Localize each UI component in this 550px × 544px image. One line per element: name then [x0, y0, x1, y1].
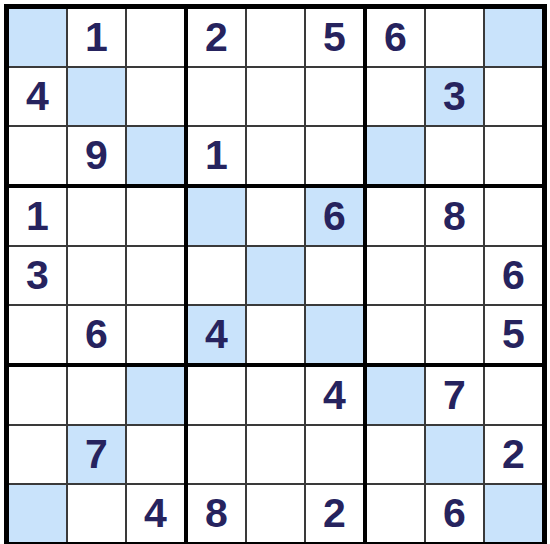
cell-r2c7[interactable] [367, 68, 424, 125]
cell-r1c6[interactable]: 5 [306, 9, 363, 66]
cell-r8c6[interactable] [306, 426, 363, 483]
cell-r6c6[interactable] [306, 306, 363, 363]
cell-r2c6[interactable] [306, 68, 363, 125]
cell-r4c2[interactable] [68, 188, 125, 245]
cell-r7c9[interactable] [485, 367, 542, 424]
cell-r4c7[interactable] [367, 188, 424, 245]
cell-r1c2[interactable]: 1 [68, 9, 125, 66]
cell-r3c9[interactable] [485, 127, 542, 184]
cell-r1c5[interactable] [247, 9, 304, 66]
cell-r4c1[interactable]: 1 [9, 188, 66, 245]
cell-r8c7[interactable] [367, 426, 424, 483]
cell-r9c7[interactable] [367, 485, 424, 542]
cell-r4c9[interactable] [485, 188, 542, 245]
cell-r3c5[interactable] [247, 127, 304, 184]
cell-r3c8[interactable] [426, 127, 483, 184]
cell-r4c5[interactable] [247, 188, 304, 245]
cell-r5c5[interactable] [247, 247, 304, 304]
cell-r1c7[interactable]: 6 [367, 9, 424, 66]
cell-r4c6[interactable]: 6 [306, 188, 363, 245]
cell-r8c4[interactable] [188, 426, 245, 483]
cell-r9c2[interactable] [68, 485, 125, 542]
cell-r9c5[interactable] [247, 485, 304, 542]
cell-r1c8[interactable] [426, 9, 483, 66]
cell-r2c8[interactable]: 3 [426, 68, 483, 125]
cell-r2c2[interactable] [68, 68, 125, 125]
cell-r5c6[interactable] [306, 247, 363, 304]
cell-r5c7[interactable] [367, 247, 424, 304]
cell-r3c3[interactable] [127, 127, 184, 184]
cell-r9c6[interactable]: 2 [306, 485, 363, 542]
cell-r8c1[interactable] [9, 426, 66, 483]
cell-r5c8[interactable] [426, 247, 483, 304]
cell-r8c5[interactable] [247, 426, 304, 483]
cell-r6c8[interactable] [426, 306, 483, 363]
cell-r4c4[interactable] [188, 188, 245, 245]
cell-r1c1[interactable] [9, 9, 66, 66]
cell-r7c4[interactable] [188, 367, 245, 424]
cell-r6c7[interactable] [367, 306, 424, 363]
box-r1c2: 251 [188, 9, 363, 184]
cell-r5c2[interactable] [68, 247, 125, 304]
cell-r3c6[interactable] [306, 127, 363, 184]
cell-r5c9[interactable]: 6 [485, 247, 542, 304]
cell-r9c3[interactable]: 4 [127, 485, 184, 542]
cell-r7c1[interactable] [9, 367, 66, 424]
box-r1c3: 63 [367, 9, 542, 184]
box-r3c1: 74 [9, 367, 184, 542]
cell-r2c1[interactable]: 4 [9, 68, 66, 125]
cell-r3c7[interactable] [367, 127, 424, 184]
cell-r5c4[interactable] [188, 247, 245, 304]
cell-r9c9[interactable] [485, 485, 542, 542]
cell-r9c1[interactable] [9, 485, 66, 542]
cell-r9c4[interactable]: 8 [188, 485, 245, 542]
box-r3c3: 726 [367, 367, 542, 542]
cell-r8c3[interactable] [127, 426, 184, 483]
cell-r1c9[interactable] [485, 9, 542, 66]
cell-r2c4[interactable] [188, 68, 245, 125]
cell-r6c2[interactable]: 6 [68, 306, 125, 363]
cell-r7c6[interactable]: 4 [306, 367, 363, 424]
cell-r3c1[interactable] [9, 127, 66, 184]
cell-r4c3[interactable] [127, 188, 184, 245]
cell-r7c3[interactable] [127, 367, 184, 424]
box-r1c1: 149 [9, 9, 184, 184]
cell-r5c3[interactable] [127, 247, 184, 304]
cell-r2c9[interactable] [485, 68, 542, 125]
box-r3c2: 482 [188, 367, 363, 542]
cell-r8c2[interactable]: 7 [68, 426, 125, 483]
cell-r1c3[interactable] [127, 9, 184, 66]
cell-r3c2[interactable]: 9 [68, 127, 125, 184]
cell-r7c5[interactable] [247, 367, 304, 424]
cell-r9c8[interactable]: 6 [426, 485, 483, 542]
cell-r3c4[interactable]: 1 [188, 127, 245, 184]
cell-r6c5[interactable] [247, 306, 304, 363]
box-r2c3: 865 [367, 188, 542, 363]
cell-r6c4[interactable]: 4 [188, 306, 245, 363]
cell-r2c5[interactable] [247, 68, 304, 125]
box-r2c1: 136 [9, 188, 184, 363]
cell-r8c8[interactable] [426, 426, 483, 483]
sudoku-board: 149251631366486574482726 [4, 4, 547, 544]
cell-r6c3[interactable] [127, 306, 184, 363]
cell-r7c8[interactable]: 7 [426, 367, 483, 424]
cell-r1c4[interactable]: 2 [188, 9, 245, 66]
cell-r5c1[interactable]: 3 [9, 247, 66, 304]
cell-r2c3[interactable] [127, 68, 184, 125]
cell-r4c8[interactable]: 8 [426, 188, 483, 245]
sudoku-page: 149251631366486574482726 [0, 0, 550, 544]
cell-r6c9[interactable]: 5 [485, 306, 542, 363]
cell-r6c1[interactable] [9, 306, 66, 363]
box-r2c2: 64 [188, 188, 363, 363]
cell-r7c7[interactable] [367, 367, 424, 424]
cell-r7c2[interactable] [68, 367, 125, 424]
cell-r8c9[interactable]: 2 [485, 426, 542, 483]
